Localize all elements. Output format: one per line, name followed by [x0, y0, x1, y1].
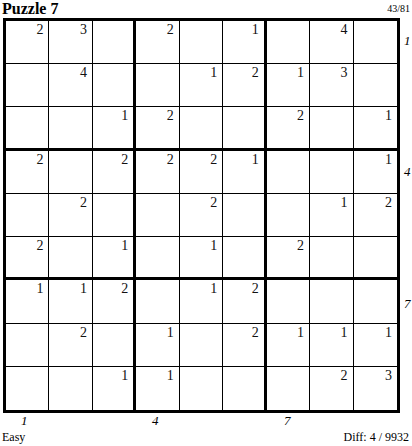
cell-r5c4[interactable] — [136, 194, 179, 237]
cell-r5c2[interactable]: 2 — [49, 194, 92, 237]
cell-r4c2[interactable] — [49, 151, 92, 194]
cell-r8c6[interactable]: 2 — [223, 324, 266, 367]
cell-r2c5[interactable]: 1 — [180, 64, 223, 107]
cell-r5c7[interactable] — [267, 194, 310, 237]
cell-r8c5[interactable] — [180, 324, 223, 367]
cell-r7c4[interactable] — [136, 280, 179, 323]
cell-r7c8[interactable] — [310, 280, 353, 323]
cell-r2c7[interactable]: 1 — [267, 64, 310, 107]
cell-r5c6[interactable] — [223, 194, 266, 237]
cell-r6c1[interactable]: 2 — [6, 237, 49, 280]
cell-r7c5[interactable]: 1 — [180, 280, 223, 323]
cell-r4c3[interactable]: 2 — [93, 151, 136, 194]
col-label-4: 4 — [152, 413, 159, 429]
diff-score-label: Diff: 4 / 9932 — [344, 430, 409, 445]
row-label-1: 1 — [404, 33, 411, 49]
cell-r6c9[interactable] — [354, 237, 397, 280]
cell-r4c4[interactable]: 2 — [136, 151, 179, 194]
cell-r2c8[interactable]: 3 — [310, 64, 353, 107]
col-label-7: 7 — [284, 413, 291, 429]
cell-r2c3[interactable] — [93, 64, 136, 107]
cell-r9c1[interactable] — [6, 367, 49, 410]
cell-r1c9[interactable] — [354, 21, 397, 64]
cell-r3c4[interactable]: 2 — [136, 107, 179, 150]
cell-r4c7[interactable] — [267, 151, 310, 194]
cell-r1c1[interactable]: 2 — [6, 21, 49, 64]
cell-r4c9[interactable]: 1 — [354, 151, 397, 194]
cell-r9c8[interactable]: 2 — [310, 367, 353, 410]
cell-r7c6[interactable]: 2 — [223, 280, 266, 323]
cell-r6c8[interactable] — [310, 237, 353, 280]
cell-r3c2[interactable] — [49, 107, 92, 150]
cell-r6c7[interactable]: 2 — [267, 237, 310, 280]
cell-r5c5[interactable]: 2 — [180, 194, 223, 237]
cell-r5c8[interactable]: 1 — [310, 194, 353, 237]
cell-r8c9[interactable]: 1 — [354, 324, 397, 367]
cell-r6c6[interactable] — [223, 237, 266, 280]
cell-r9c9[interactable]: 3 — [354, 367, 397, 410]
cell-r4c8[interactable] — [310, 151, 353, 194]
cell-r2c4[interactable] — [136, 64, 179, 107]
cell-r6c4[interactable] — [136, 237, 179, 280]
cell-r2c2[interactable]: 4 — [49, 64, 92, 107]
cell-r7c2[interactable]: 1 — [49, 280, 92, 323]
cell-r9c4[interactable]: 1 — [136, 367, 179, 410]
cell-r6c3[interactable]: 1 — [93, 237, 136, 280]
cell-r3c5[interactable] — [180, 107, 223, 150]
cell-r1c2[interactable]: 3 — [49, 21, 92, 64]
cell-r8c8[interactable]: 1 — [310, 324, 353, 367]
cell-r7c1[interactable]: 1 — [6, 280, 49, 323]
cell-r3c9[interactable]: 1 — [354, 107, 397, 150]
givens-counter: 43/81 — [387, 3, 410, 14]
cell-r3c6[interactable] — [223, 107, 266, 150]
cell-r1c7[interactable] — [267, 21, 310, 64]
cell-r7c3[interactable]: 2 — [93, 280, 136, 323]
cell-r3c3[interactable]: 1 — [93, 107, 136, 150]
cell-r7c7[interactable] — [267, 280, 310, 323]
cell-r8c3[interactable] — [93, 324, 136, 367]
cell-r1c4[interactable]: 2 — [136, 21, 179, 64]
puzzle-page: Puzzle 7 43/81 2321441213122122221122122… — [0, 0, 412, 446]
cell-r3c7[interactable]: 2 — [267, 107, 310, 150]
col-label-1: 1 — [21, 413, 28, 429]
cell-r4c1[interactable]: 2 — [6, 151, 49, 194]
cell-r1c5[interactable] — [180, 21, 223, 64]
cell-r3c1[interactable] — [6, 107, 49, 150]
cell-r1c8[interactable]: 4 — [310, 21, 353, 64]
cell-r3c8[interactable] — [310, 107, 353, 150]
cell-r2c9[interactable] — [354, 64, 397, 107]
cell-r6c5[interactable]: 1 — [180, 237, 223, 280]
cell-r2c1[interactable] — [6, 64, 49, 107]
page-title: Puzzle 7 — [2, 0, 58, 18]
cell-r1c6[interactable]: 1 — [223, 21, 266, 64]
cell-r9c3[interactable]: 1 — [93, 367, 136, 410]
cell-r8c4[interactable]: 1 — [136, 324, 179, 367]
cell-r4c5[interactable]: 2 — [180, 151, 223, 194]
cell-r9c6[interactable] — [223, 367, 266, 410]
row-label-4: 4 — [404, 164, 411, 180]
cell-r5c1[interactable] — [6, 194, 49, 237]
cell-r9c7[interactable] — [267, 367, 310, 410]
cell-r8c1[interactable] — [6, 324, 49, 367]
cell-r8c2[interactable]: 2 — [49, 324, 92, 367]
cell-r9c5[interactable] — [180, 367, 223, 410]
cell-r9c2[interactable] — [49, 367, 92, 410]
cell-r1c3[interactable] — [93, 21, 136, 64]
row-label-7: 7 — [404, 296, 411, 312]
sudoku-board: 2321441213122122221122122112112122121111… — [3, 18, 400, 413]
cell-r4c6[interactable]: 1 — [223, 151, 266, 194]
difficulty-label: Easy — [2, 430, 25, 445]
cell-r6c2[interactable] — [49, 237, 92, 280]
cell-r5c3[interactable] — [93, 194, 136, 237]
cell-r7c9[interactable] — [354, 280, 397, 323]
cell-r5c9[interactable]: 2 — [354, 194, 397, 237]
cell-r8c7[interactable]: 1 — [267, 324, 310, 367]
cell-r2c6[interactable]: 2 — [223, 64, 266, 107]
